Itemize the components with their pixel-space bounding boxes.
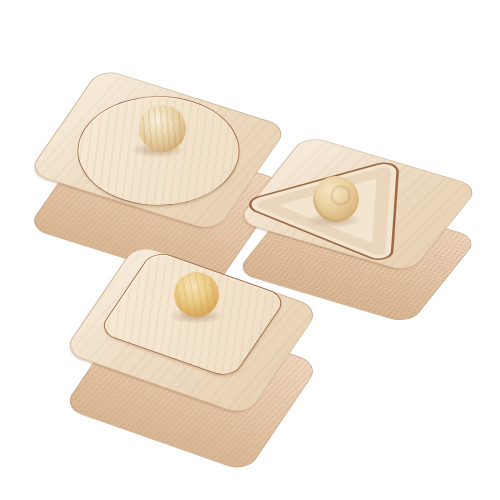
product-photo: Three natural beech-wood Montessori sing… [0,0,500,500]
square-knob-ball [174,272,219,317]
circle-knob-ball [139,105,186,152]
triangle-knob-ball [313,176,359,222]
photo-caption: Three natural beech-wood Montessori sing… [0,0,1,1]
